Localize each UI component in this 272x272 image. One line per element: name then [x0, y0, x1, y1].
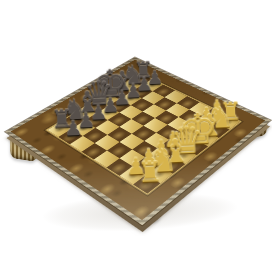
board-scene: ♜♞♝♛♚♝♞♜♟♟♟♟♟♟♟♟♟♟♟♟♟♟♟♟♜♞♝♛♚♝♞♜ — [0, 0, 272, 272]
perspective-wrapper: ♜♞♝♛♚♝♞♜♟♟♟♟♟♟♟♟♟♟♟♟♟♟♟♟♜♞♝♛♚♝♞♜ — [0, 0, 272, 272]
square-g2: ♟ — [192, 116, 216, 131]
square-h1: ♜ — [216, 115, 240, 130]
chessboard: ♜♞♝♛♚♝♞♜♟♟♟♟♟♟♟♟♟♟♟♟♟♟♟♟♜♞♝♛♚♝♞♜ — [5, 57, 271, 225]
square-c7: ♟ — [84, 114, 108, 128]
board-frame: ♜♞♝♛♚♝♞♜♟♟♟♟♟♟♟♟♟♟♟♟♟♟♟♟♜♞♝♛♚♝♞♜ — [5, 57, 271, 225]
piece-bronze-rook: ♜ — [116, 59, 172, 82]
piece-gold-rook: ♜ — [200, 100, 262, 126]
chess-set-photo: ♜♞♝♛♚♝♞♜♟♟♟♟♟♟♟♟♟♟♟♟♟♟♟♟♜♞♝♛♚♝♞♜ — [0, 0, 272, 272]
